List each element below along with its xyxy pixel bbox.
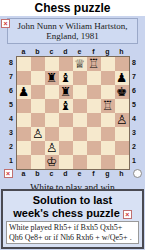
- square-d1[interactable]: [59, 155, 73, 169]
- square-a5[interactable]: [17, 99, 31, 113]
- rank-label-1: 1: [130, 154, 139, 168]
- file-labels-top: abcdefgh: [17, 48, 139, 56]
- piece-black-king: ♚: [115, 85, 129, 99]
- square-e7[interactable]: [73, 71, 87, 85]
- rank-labels-left: 87654321: [7, 56, 16, 170]
- rank-label-7: 7: [130, 70, 139, 84]
- rank-label-6: 6: [130, 84, 139, 98]
- square-d6[interactable]: ♜: [59, 85, 73, 99]
- square-b2[interactable]: [31, 141, 45, 155]
- square-g8[interactable]: [101, 57, 115, 71]
- file-label-f: f: [87, 48, 101, 56]
- rank-label-8: 8: [7, 56, 16, 70]
- rank-labels-right: 87654321: [130, 56, 139, 170]
- square-d4[interactable]: [59, 113, 73, 127]
- file-label-e: e: [73, 170, 87, 178]
- solution-title: Solution to last week's chess puzzle×: [3, 194, 142, 219]
- solution-box: Solution to last week's chess puzzle× Wh…: [1, 189, 144, 249]
- rank-label-2: 2: [7, 140, 16, 154]
- square-b5[interactable]: [31, 99, 45, 113]
- broken-image-icon: ×: [1, 19, 10, 28]
- square-g1[interactable]: [101, 155, 115, 169]
- file-labels-bottom: abcdefgh: [17, 170, 139, 178]
- piece-white-rook: ♖: [87, 57, 101, 71]
- rank-label-2: 2: [130, 140, 139, 154]
- square-g7[interactable]: [101, 71, 115, 85]
- square-g3[interactable]: [101, 127, 115, 141]
- square-e6[interactable]: [73, 85, 87, 99]
- file-label-b: b: [31, 170, 45, 178]
- file-label-e: e: [73, 48, 87, 56]
- square-e5[interactable]: [73, 99, 87, 113]
- rank-label-8: 8: [130, 56, 139, 70]
- square-f7[interactable]: [87, 71, 101, 85]
- piece-white-pawn: ♙: [115, 113, 129, 127]
- piece-white-pawn: ♙: [45, 141, 59, 155]
- square-h8[interactable]: [115, 57, 129, 71]
- square-f1[interactable]: [87, 155, 101, 169]
- rank-label-3: 3: [7, 126, 16, 140]
- square-d2[interactable]: [59, 141, 73, 155]
- square-b3[interactable]: ♙: [31, 127, 45, 141]
- piece-white-rook: ♖: [101, 99, 115, 113]
- square-a7[interactable]: [17, 71, 31, 85]
- rank-label-5: 5: [7, 98, 16, 112]
- rank-label-4: 4: [130, 112, 139, 126]
- file-label-c: c: [45, 170, 59, 178]
- chess-board[interactable]: ♕♖♜♝♟♟♜♚♝♖♙♙♙♔: [16, 56, 130, 170]
- square-h5[interactable]: [115, 99, 129, 113]
- square-c6[interactable]: [45, 85, 59, 99]
- solution-title-line1: Solution to last: [3, 194, 142, 207]
- square-d8[interactable]: [59, 57, 73, 71]
- solution-title-line2-row: week's chess puzzle×: [3, 207, 142, 220]
- square-b4[interactable]: [31, 113, 45, 127]
- match-event-year: England, 1981: [8, 31, 137, 41]
- piece-black-pawn: ♟: [115, 71, 129, 85]
- file-label-a: a: [17, 170, 31, 178]
- rank-label-7: 7: [7, 70, 16, 84]
- page-title: Chess puzzle: [0, 0, 145, 16]
- square-e3[interactable]: [73, 127, 87, 141]
- rank-label-5: 5: [130, 98, 139, 112]
- square-b6[interactable]: [31, 85, 45, 99]
- piece-white-king: ♔: [45, 155, 59, 169]
- square-f2[interactable]: [87, 141, 101, 155]
- solution-title-line2: week's chess puzzle: [13, 207, 120, 219]
- piece-black-bishop: ♝: [59, 71, 73, 85]
- square-h1[interactable]: [115, 155, 129, 169]
- square-a4[interactable]: [17, 113, 31, 127]
- square-g4[interactable]: [101, 113, 115, 127]
- square-b1[interactable]: [31, 155, 45, 169]
- square-h2[interactable]: [115, 141, 129, 155]
- square-h3[interactable]: [115, 127, 129, 141]
- file-label-h: h: [115, 170, 129, 178]
- square-h7[interactable]: ♟: [115, 71, 129, 85]
- square-d7[interactable]: ♝: [59, 71, 73, 85]
- square-c3[interactable]: [45, 127, 59, 141]
- square-c7[interactable]: ♜: [45, 71, 59, 85]
- piece-black-rook: ♜: [45, 71, 59, 85]
- solution-text: White played Rh5+ if Bxh5 Qxh5+ Qh6 Qe8+…: [6, 221, 139, 244]
- square-e4[interactable]: [73, 113, 87, 127]
- piece-white-queen: ♕: [73, 57, 87, 71]
- rank-label-1: 1: [7, 154, 16, 168]
- square-e1[interactable]: [73, 155, 87, 169]
- rank-label-4: 4: [7, 112, 16, 126]
- square-c1[interactable]: ♔: [45, 155, 59, 169]
- square-a3[interactable]: [17, 127, 31, 141]
- square-a8[interactable]: [17, 57, 31, 71]
- square-a6[interactable]: ♟: [17, 85, 31, 99]
- broken-image-icon: ×: [4, 169, 13, 178]
- piece-black-rook: ♜: [59, 85, 73, 99]
- file-label-f: f: [87, 170, 101, 178]
- square-b8[interactable]: [31, 57, 45, 71]
- file-label-a: a: [17, 48, 31, 56]
- square-a2[interactable]: [17, 141, 31, 155]
- circle-icon: [133, 169, 142, 178]
- chess-board-widget: abcdefgh 87654321 ♕♖♜♝♟♟♜♚♝♖♙♙♙♔ 8765432…: [7, 48, 139, 178]
- square-c8[interactable]: [45, 57, 59, 71]
- square-f8[interactable]: ♖: [87, 57, 101, 71]
- square-c4[interactable]: [45, 113, 59, 127]
- square-h4[interactable]: ♙: [115, 113, 129, 127]
- square-f3[interactable]: [87, 127, 101, 141]
- file-label-b: b: [31, 48, 45, 56]
- square-f5[interactable]: [87, 99, 101, 113]
- square-d5[interactable]: ♝: [59, 99, 73, 113]
- square-e2[interactable]: [73, 141, 87, 155]
- piece-black-pawn: ♟: [17, 85, 31, 99]
- piece-black-bishop: ♝: [59, 99, 73, 113]
- square-c2[interactable]: ♙: [45, 141, 59, 155]
- file-label-c: c: [45, 48, 59, 56]
- match-info: John Nunn v Wiliam Hartston, England, 19…: [7, 18, 138, 44]
- file-label-h: h: [115, 48, 129, 56]
- square-h6[interactable]: ♚: [115, 85, 129, 99]
- square-f6[interactable]: [87, 85, 101, 99]
- rank-label-6: 6: [7, 84, 16, 98]
- square-g5[interactable]: ♖: [101, 99, 115, 113]
- square-d3[interactable]: [59, 127, 73, 141]
- piece-white-pawn: ♙: [31, 127, 45, 141]
- file-label-g: g: [101, 48, 115, 56]
- square-e8[interactable]: ♕: [73, 57, 87, 71]
- broken-image-icon: ×: [123, 210, 132, 219]
- square-f4[interactable]: [87, 113, 101, 127]
- square-a1[interactable]: [17, 155, 31, 169]
- file-label-g: g: [101, 170, 115, 178]
- file-label-d: d: [59, 48, 73, 56]
- square-g6[interactable]: [101, 85, 115, 99]
- file-label-d: d: [59, 170, 73, 178]
- square-b7[interactable]: [31, 71, 45, 85]
- square-c5[interactable]: [45, 99, 59, 113]
- square-g2[interactable]: [101, 141, 115, 155]
- rank-label-3: 3: [130, 126, 139, 140]
- match-players: John Nunn v Wiliam Hartston,: [8, 21, 137, 31]
